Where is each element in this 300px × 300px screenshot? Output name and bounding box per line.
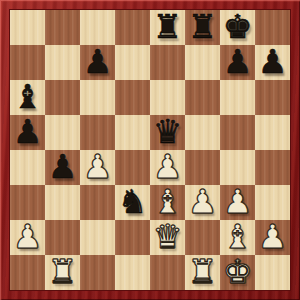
square-d2[interactable]: [115, 220, 150, 255]
square-b7[interactable]: [45, 45, 80, 80]
square-g1[interactable]: ♚: [220, 255, 255, 290]
square-a4[interactable]: [10, 150, 45, 185]
square-h8[interactable]: [255, 10, 290, 45]
square-e2[interactable]: ♛: [150, 220, 185, 255]
white-pawn[interactable]: ♟: [223, 185, 253, 219]
square-c5[interactable]: [80, 115, 115, 150]
black-bishop[interactable]: ♝: [13, 80, 43, 114]
square-g3[interactable]: ♟: [220, 185, 255, 220]
square-e5[interactable]: ♛: [150, 115, 185, 150]
square-h2[interactable]: ♟: [255, 220, 290, 255]
black-rook[interactable]: ♜: [153, 10, 183, 44]
square-b4[interactable]: ♟: [45, 150, 80, 185]
square-g2[interactable]: ♝: [220, 220, 255, 255]
square-f6[interactable]: [185, 80, 220, 115]
square-h1[interactable]: [255, 255, 290, 290]
square-g7[interactable]: ♟: [220, 45, 255, 80]
white-queen[interactable]: ♛: [153, 220, 183, 254]
square-c1[interactable]: [80, 255, 115, 290]
black-pawn[interactable]: ♟: [258, 45, 288, 79]
square-f7[interactable]: [185, 45, 220, 80]
square-e8[interactable]: ♜: [150, 10, 185, 45]
black-knight[interactable]: ♞: [118, 185, 148, 219]
square-a8[interactable]: [10, 10, 45, 45]
square-d6[interactable]: [115, 80, 150, 115]
square-g5[interactable]: [220, 115, 255, 150]
square-a2[interactable]: ♟: [10, 220, 45, 255]
square-d1[interactable]: [115, 255, 150, 290]
square-d4[interactable]: [115, 150, 150, 185]
square-f4[interactable]: [185, 150, 220, 185]
white-pawn[interactable]: ♟: [188, 185, 218, 219]
square-b6[interactable]: [45, 80, 80, 115]
square-d3[interactable]: ♞: [115, 185, 150, 220]
white-bishop[interactable]: ♝: [153, 185, 183, 219]
square-f1[interactable]: ♜: [185, 255, 220, 290]
black-king[interactable]: ♚: [223, 10, 253, 44]
square-g6[interactable]: [220, 80, 255, 115]
white-pawn[interactable]: ♟: [83, 150, 113, 184]
square-c3[interactable]: [80, 185, 115, 220]
square-c8[interactable]: [80, 10, 115, 45]
white-rook[interactable]: ♜: [188, 255, 218, 289]
black-rook[interactable]: ♜: [188, 10, 218, 44]
square-c2[interactable]: [80, 220, 115, 255]
white-pawn[interactable]: ♟: [153, 150, 183, 184]
square-b5[interactable]: [45, 115, 80, 150]
square-a7[interactable]: [10, 45, 45, 80]
white-pawn[interactable]: ♟: [258, 220, 288, 254]
white-bishop[interactable]: ♝: [223, 220, 253, 254]
white-king[interactable]: ♚: [223, 255, 253, 289]
square-e7[interactable]: [150, 45, 185, 80]
square-d8[interactable]: [115, 10, 150, 45]
black-pawn[interactable]: ♟: [83, 45, 113, 79]
square-e6[interactable]: [150, 80, 185, 115]
square-h3[interactable]: [255, 185, 290, 220]
square-f8[interactable]: ♜: [185, 10, 220, 45]
white-rook[interactable]: ♜: [48, 255, 78, 289]
square-c4[interactable]: ♟: [80, 150, 115, 185]
square-f2[interactable]: [185, 220, 220, 255]
square-g8[interactable]: ♚: [220, 10, 255, 45]
square-f3[interactable]: ♟: [185, 185, 220, 220]
square-h4[interactable]: [255, 150, 290, 185]
square-b3[interactable]: [45, 185, 80, 220]
square-a5[interactable]: ♟: [10, 115, 45, 150]
square-a6[interactable]: ♝: [10, 80, 45, 115]
square-a1[interactable]: [10, 255, 45, 290]
square-d5[interactable]: [115, 115, 150, 150]
square-f5[interactable]: [185, 115, 220, 150]
board-frame: ♜♜♚♟♟♟♝♟♛♟♟♟♞♝♟♟♟♛♝♟♜♜♚: [0, 0, 300, 300]
black-queen[interactable]: ♛: [153, 115, 183, 149]
square-b2[interactable]: [45, 220, 80, 255]
white-pawn[interactable]: ♟: [13, 220, 43, 254]
square-b8[interactable]: [45, 10, 80, 45]
square-g4[interactable]: [220, 150, 255, 185]
square-h6[interactable]: [255, 80, 290, 115]
square-e1[interactable]: [150, 255, 185, 290]
square-a3[interactable]: [10, 185, 45, 220]
square-b1[interactable]: ♜: [45, 255, 80, 290]
square-e3[interactable]: ♝: [150, 185, 185, 220]
black-pawn[interactable]: ♟: [223, 45, 253, 79]
black-pawn[interactable]: ♟: [13, 115, 43, 149]
square-h5[interactable]: [255, 115, 290, 150]
square-h7[interactable]: ♟: [255, 45, 290, 80]
square-d7[interactable]: [115, 45, 150, 80]
square-c6[interactable]: [80, 80, 115, 115]
square-e4[interactable]: ♟: [150, 150, 185, 185]
black-pawn[interactable]: ♟: [48, 150, 78, 184]
square-c7[interactable]: ♟: [80, 45, 115, 80]
chess-board: ♜♜♚♟♟♟♝♟♛♟♟♟♞♝♟♟♟♛♝♟♜♜♚: [10, 10, 290, 290]
